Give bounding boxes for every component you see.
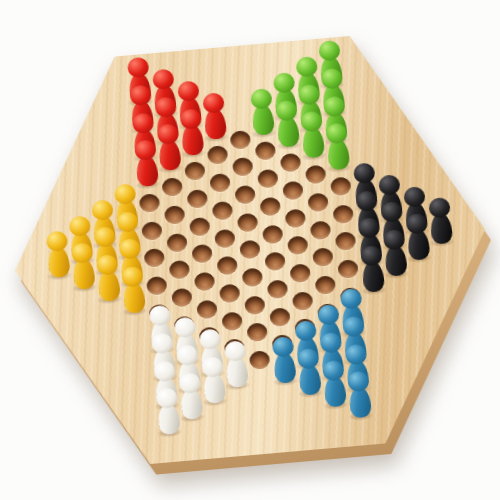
peg-head [342, 316, 365, 338]
board-cell [306, 194, 331, 210]
board-cell [157, 152, 182, 168]
board-hole[interactable] [232, 157, 253, 177]
board-hole[interactable] [207, 146, 228, 166]
board-hole[interactable] [196, 299, 217, 319]
peg-head [344, 344, 367, 366]
black-peg[interactable] [381, 229, 409, 277]
board-hole[interactable] [166, 232, 187, 252]
board-cell [361, 273, 386, 289]
board-cell [96, 282, 121, 298]
board-hole[interactable] [184, 161, 205, 181]
board-cell [230, 159, 255, 175]
peg-head [177, 80, 200, 102]
peg-head [347, 371, 370, 393]
board-hole[interactable] [257, 169, 278, 189]
board-cell [144, 278, 169, 294]
board-cell [217, 285, 242, 301]
board-hole[interactable] [292, 291, 313, 311]
board-wrap [0, 26, 500, 475]
board-cell [233, 187, 258, 203]
peg-head [151, 69, 174, 91]
board-cell [322, 387, 347, 403]
green-peg[interactable] [298, 111, 326, 159]
board-hole[interactable] [217, 256, 238, 276]
board-hole[interactable] [230, 130, 251, 150]
peg-head [116, 211, 139, 233]
board-cell [180, 136, 205, 152]
board-cell [169, 290, 194, 306]
peg-head [296, 348, 319, 370]
board-cell [215, 258, 240, 274]
board-hole[interactable] [282, 181, 303, 201]
peg-head [202, 92, 225, 114]
board-hole[interactable] [144, 248, 165, 268]
board-cell [283, 210, 308, 226]
board-cell [301, 139, 326, 155]
board-cell [265, 281, 290, 297]
peg-head [126, 57, 149, 79]
peg-head [223, 340, 246, 362]
board-cell [240, 269, 265, 285]
board-hole[interactable] [194, 272, 215, 292]
board-hole[interactable] [262, 224, 283, 244]
red-peg[interactable] [178, 108, 206, 156]
board-hole[interactable] [332, 204, 353, 224]
board-hole[interactable] [146, 276, 167, 296]
peg-head [45, 231, 68, 253]
black-peg[interactable] [426, 197, 454, 245]
board-cell [280, 183, 305, 199]
peg-head [156, 124, 179, 146]
peg-head [294, 320, 317, 342]
board-hole[interactable] [264, 252, 285, 272]
board-hole[interactable] [335, 232, 356, 252]
board-hole[interactable] [246, 323, 267, 343]
peg-head [113, 183, 136, 205]
green-peg[interactable] [248, 88, 276, 136]
black-peg[interactable] [404, 213, 432, 261]
board-cell [313, 277, 338, 293]
peg-head [378, 174, 401, 196]
board-cell [71, 270, 96, 286]
board-hole[interactable] [209, 173, 230, 193]
board-cell [187, 219, 212, 235]
board-cell [228, 132, 253, 148]
peg-head [179, 108, 202, 130]
board-cell [162, 207, 187, 223]
peg-head [295, 56, 318, 78]
board-hole[interactable] [285, 208, 306, 228]
blue-peg[interactable] [345, 371, 373, 419]
board-hole[interactable] [305, 165, 326, 185]
board-cell [335, 261, 360, 277]
peg-head [271, 336, 294, 358]
board-cell [205, 147, 230, 163]
board-cell [160, 179, 185, 195]
peg-head [93, 227, 116, 249]
board-cell [308, 222, 333, 238]
peg-head [250, 88, 273, 110]
blue-peg[interactable] [295, 348, 323, 396]
board-hole[interactable] [169, 260, 190, 280]
board-hole[interactable] [280, 153, 301, 173]
red-peg[interactable] [200, 92, 228, 140]
board-cell [235, 214, 260, 230]
board-cell [139, 223, 164, 239]
board-cell [272, 364, 297, 380]
board-cell [253, 143, 278, 159]
board-cell [383, 257, 408, 273]
board-cell [224, 368, 249, 384]
peg-head [318, 40, 341, 62]
peg-head [317, 304, 340, 326]
board-hole[interactable] [189, 217, 210, 237]
board-hole[interactable] [287, 236, 308, 256]
peg-head [134, 140, 157, 162]
board-hole[interactable] [191, 244, 212, 264]
board-cell [207, 175, 232, 191]
green-peg[interactable] [273, 99, 301, 147]
board-cell [290, 293, 315, 309]
board-hole[interactable] [237, 212, 258, 232]
hole-grid [32, 60, 469, 440]
board-cell [255, 171, 280, 187]
board-hole[interactable] [307, 192, 328, 212]
board-hole[interactable] [337, 259, 358, 279]
board-hole[interactable] [330, 176, 351, 196]
peg-head [300, 111, 323, 133]
white-peg[interactable] [222, 340, 250, 388]
board-cell [303, 167, 328, 183]
peg-head [198, 329, 221, 351]
board-cell [267, 309, 292, 325]
board-hole[interactable] [267, 279, 288, 299]
board-cell [46, 259, 71, 275]
board-cell [260, 226, 285, 242]
white-peg[interactable] [199, 356, 227, 404]
peg-head [275, 100, 298, 122]
peg-head [380, 202, 403, 224]
chinese-checkers-board [0, 26, 500, 475]
board-hole[interactable] [164, 205, 185, 225]
peg-head [382, 229, 405, 251]
board-cell [202, 384, 227, 400]
board-hole[interactable] [171, 288, 192, 308]
yellow-peg[interactable] [119, 266, 147, 314]
board-cell [156, 416, 181, 432]
board-hole[interactable] [310, 220, 331, 240]
board-cell [190, 246, 215, 262]
board-hole[interactable] [255, 141, 276, 161]
green-peg[interactable] [323, 123, 351, 171]
board-cell [278, 155, 303, 171]
board-cell [203, 120, 228, 136]
peg-head [148, 305, 171, 327]
peg-head [95, 254, 118, 276]
peg-head [118, 238, 141, 260]
peg-head [403, 186, 426, 208]
board-cell [348, 399, 373, 415]
board-hole[interactable] [315, 275, 336, 295]
board-hole[interactable] [187, 189, 208, 209]
black-peg[interactable] [358, 245, 386, 293]
board-cell [276, 127, 301, 143]
board-cell [297, 376, 322, 392]
board-cell [333, 234, 358, 250]
board-cell [137, 195, 162, 211]
red-peg[interactable] [132, 140, 160, 188]
board-cell [406, 241, 431, 257]
board-cell [245, 325, 270, 341]
peg-head [357, 217, 380, 239]
board-cell [288, 265, 313, 281]
peg-head [178, 372, 201, 394]
board-hole[interactable] [249, 350, 270, 370]
white-peg[interactable] [154, 388, 182, 436]
peg-head [201, 356, 224, 378]
peg-head [339, 288, 362, 310]
board-hole[interactable] [260, 197, 281, 217]
yellow-peg[interactable] [69, 242, 97, 290]
board-hole[interactable] [242, 268, 263, 288]
board-cell [192, 274, 217, 290]
peg-head [320, 68, 343, 90]
peg-head [91, 199, 114, 221]
board-cell [326, 151, 351, 167]
red-peg[interactable] [155, 124, 183, 172]
peg-head [352, 162, 375, 184]
peg-head [297, 84, 320, 106]
peg-head [319, 332, 342, 354]
board-hole[interactable] [239, 240, 260, 260]
peg-head [355, 190, 378, 212]
peg-head [155, 388, 178, 410]
peg-head [272, 72, 295, 94]
board-cell [247, 352, 272, 368]
peg-head [154, 96, 177, 118]
board-cell [429, 225, 454, 241]
board-cell [122, 294, 147, 310]
peg-head [321, 360, 344, 382]
board-hole[interactable] [214, 228, 235, 248]
board-hole[interactable] [244, 295, 265, 315]
scene [0, 0, 500, 500]
peg-head [131, 112, 154, 134]
peg-head [153, 360, 176, 382]
peg-head [405, 213, 428, 235]
board-cell [258, 198, 283, 214]
yellow-peg[interactable] [94, 254, 122, 302]
yellow-peg[interactable] [44, 231, 72, 279]
board-cell [263, 254, 288, 270]
board-hole[interactable] [289, 263, 310, 283]
board-cell [310, 249, 335, 265]
board-cell [179, 400, 204, 416]
board-hole[interactable] [312, 248, 333, 268]
board-cell [167, 262, 192, 278]
peg-head [428, 197, 451, 219]
board-hole[interactable] [234, 185, 255, 205]
board-cell [250, 116, 275, 132]
board-cell [237, 242, 262, 258]
board-hole[interactable] [269, 307, 290, 327]
board-cell [135, 168, 160, 184]
board-cell [182, 163, 207, 179]
board-hole[interactable] [141, 221, 162, 241]
board-hole[interactable] [161, 177, 182, 197]
peg-head [360, 245, 383, 267]
peg-head [121, 266, 144, 288]
board-cell [212, 230, 237, 246]
peg-head [129, 85, 152, 107]
peg-head [322, 95, 345, 117]
board-hole[interactable] [221, 311, 242, 331]
peg-head [150, 333, 173, 355]
board-cell [164, 234, 189, 250]
board-cell [328, 178, 353, 194]
board-cell [331, 206, 356, 222]
peg-head [68, 215, 91, 237]
peg-head [325, 123, 348, 145]
board-cell [242, 297, 267, 313]
board-hole[interactable] [219, 283, 240, 303]
blue-peg[interactable] [270, 336, 298, 384]
blue-peg[interactable] [320, 359, 348, 407]
board-cell [142, 250, 167, 266]
white-peg[interactable] [177, 372, 205, 420]
peg-head [70, 243, 93, 265]
peg-head [176, 344, 199, 366]
board-hole[interactable] [212, 201, 233, 221]
board-cell [210, 203, 235, 219]
board-cell [220, 313, 245, 329]
board-hole[interactable] [139, 193, 160, 213]
board-cell [194, 301, 219, 317]
board-cell [185, 191, 210, 207]
peg-head [173, 317, 196, 339]
board-cell [285, 238, 310, 254]
